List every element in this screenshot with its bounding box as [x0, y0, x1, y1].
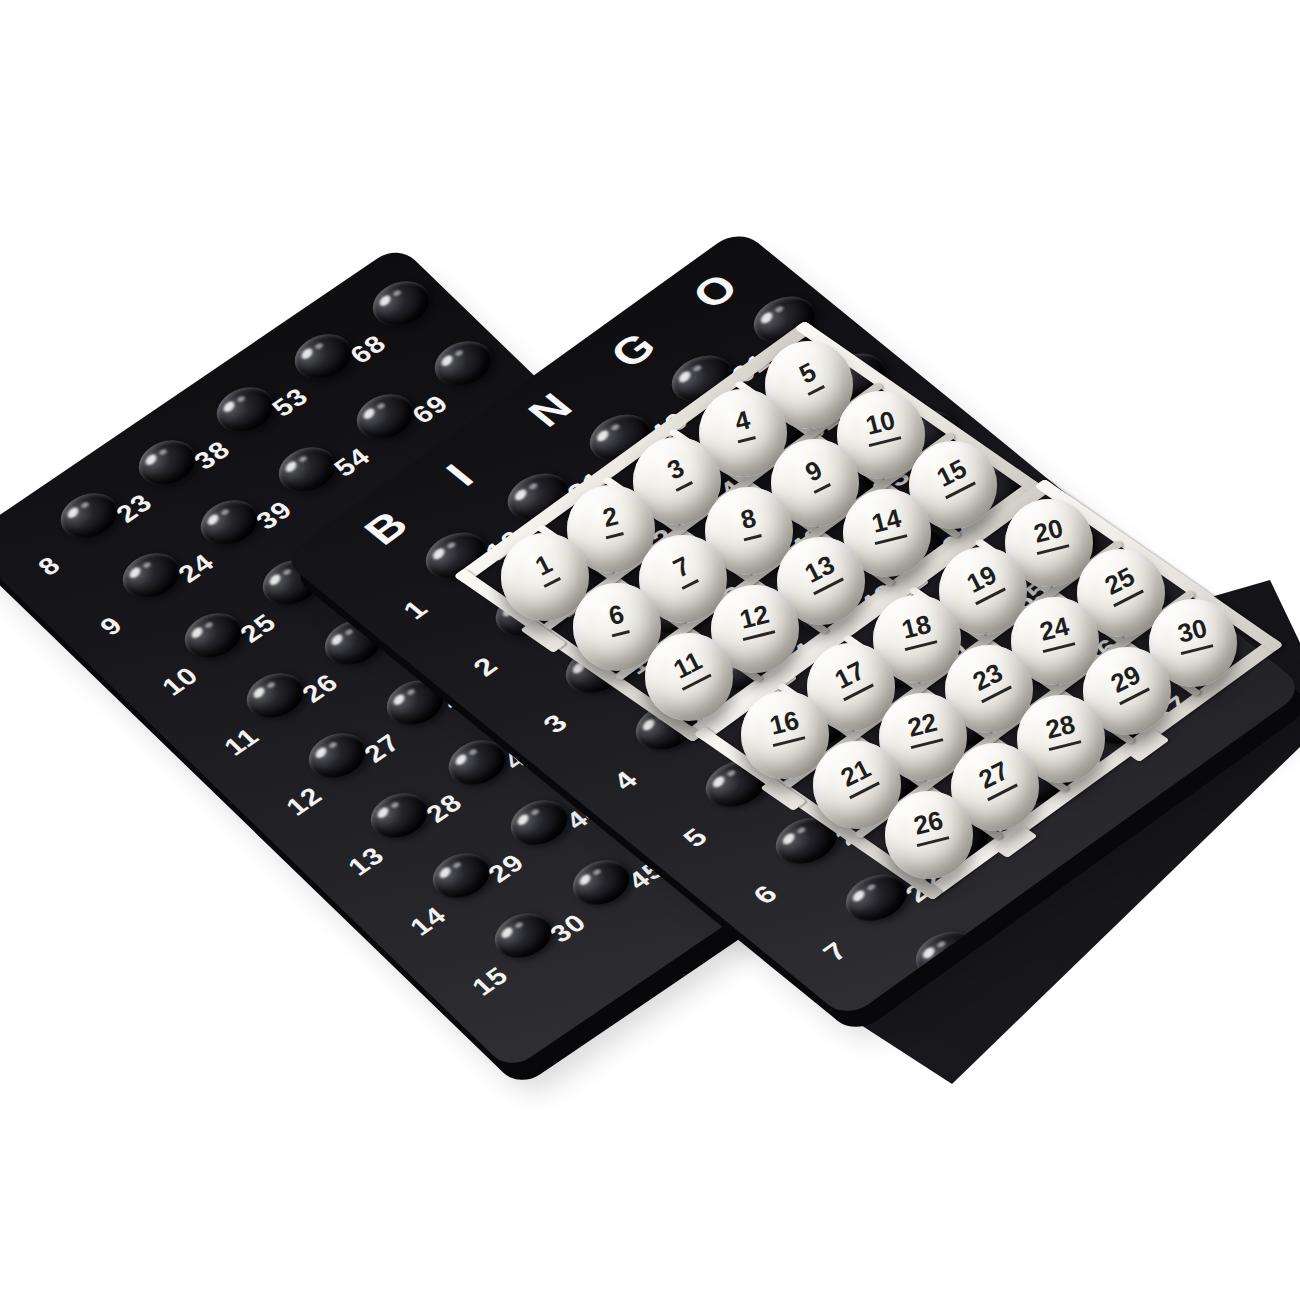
hole-number-label: 7 — [817, 937, 855, 967]
ball-number: 29 — [1104, 659, 1150, 706]
hole-number-label: 38 — [188, 436, 237, 475]
ball-number: 18 — [896, 609, 937, 652]
ball-number: 1 — [528, 548, 561, 588]
ball-socket[interactable] — [424, 332, 503, 395]
bingo-letter-i: I — [436, 456, 484, 494]
ball-number: 19 — [960, 559, 1006, 606]
ball-number: 9 — [798, 454, 831, 494]
ball-number: 6 — [603, 598, 630, 637]
bingo-ball-21[interactable]: 21 — [813, 741, 901, 829]
ball-socket[interactable] — [362, 272, 441, 335]
hole-number-label: 26 — [296, 669, 345, 708]
ball-number: 11 — [666, 645, 710, 691]
hole-number-label: 4 — [607, 766, 645, 796]
bingo-ball-11[interactable]: 11 — [645, 633, 733, 721]
ball-number: 8 — [735, 502, 762, 541]
hole-number-label: 9 — [94, 611, 129, 641]
ball-number: 5 — [792, 356, 825, 396]
ball-number: 12 — [734, 599, 775, 642]
ball-number: 26 — [908, 805, 949, 848]
ball-number: 7 — [666, 550, 699, 590]
ball-number: 22 — [902, 707, 943, 750]
ball-number: 14 — [866, 503, 907, 546]
hole-number-label: 13 — [342, 842, 391, 881]
hole-number-label: 27 — [358, 729, 407, 768]
hole-number-label: 10 — [156, 662, 205, 701]
ball-number: 21 — [834, 753, 880, 800]
hole-number-label: 69 — [406, 390, 455, 429]
hole-number-label: 23 — [110, 489, 159, 528]
hole-number-label: 25 — [234, 609, 283, 648]
hole-number-label: 1 — [397, 595, 435, 625]
hole-number-label: 68 — [344, 330, 393, 369]
bingo-ball-16[interactable]: 16 — [741, 691, 829, 779]
hole-number-label: 29 — [482, 849, 531, 888]
hole-number-label: 3 — [537, 709, 575, 739]
hole-number-label: 6 — [747, 880, 785, 910]
hole-number-label: 12 — [280, 782, 329, 821]
bingo-ball-26[interactable]: 26 — [885, 791, 973, 879]
ball-number: 15 — [930, 453, 976, 500]
hole-number-label: 28 — [420, 789, 469, 828]
hole-number-label: 54 — [328, 443, 377, 482]
ball-number: 23 — [966, 657, 1012, 704]
ball-number: 27 — [972, 755, 1018, 802]
bingo-ball-6[interactable]: 6 — [573, 583, 661, 671]
hole-number-label: 11 — [218, 723, 265, 761]
ball-number: 16 — [764, 705, 805, 748]
ball-number: 25 — [1098, 561, 1144, 608]
bingo-set-photo: 8910111213141523242526272829303839404142… — [0, 0, 1300, 1300]
hole-number-label: 53 — [266, 383, 315, 422]
hole-number-label: 2 — [467, 652, 505, 682]
ball-number: 13 — [798, 549, 844, 596]
ball-number: 24 — [1034, 611, 1075, 654]
hole-number-label: 15 — [466, 962, 515, 1001]
ball-number: 17 — [828, 655, 874, 702]
ball-number: 3 — [660, 452, 693, 492]
ball-number: 10 — [860, 405, 901, 448]
hole-number-label: 14 — [404, 902, 453, 941]
hole-number-label: 8 — [32, 551, 67, 581]
ball-number: 28 — [1040, 709, 1081, 752]
hole-number-label: 39 — [250, 496, 299, 535]
bingo-ball-1[interactable]: 1 — [501, 533, 589, 621]
ball-number: 2 — [597, 500, 624, 539]
hole-number-label: 5 — [677, 823, 715, 853]
ball-number: 20 — [1028, 513, 1069, 556]
hole-number-label: 24 — [172, 549, 221, 588]
ball-number: 4 — [729, 404, 756, 443]
hole-number-label: 30 — [544, 909, 593, 948]
ball-number: 30 — [1172, 613, 1213, 656]
